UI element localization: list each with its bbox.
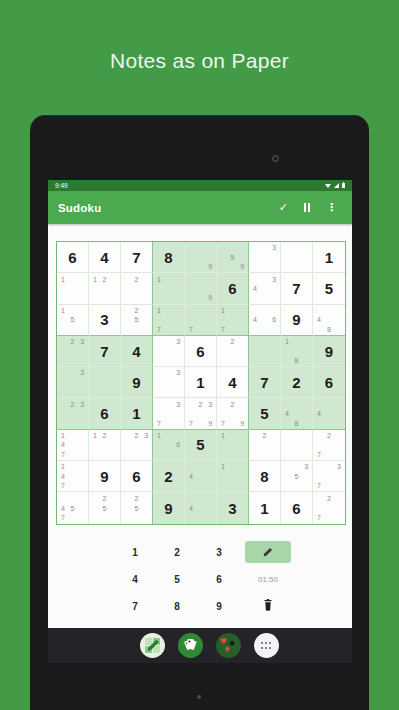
cell-value: 2: [164, 468, 172, 485]
cell-r9c9[interactable]: 27: [313, 492, 345, 523]
cell-r3c2[interactable]: 3: [89, 305, 121, 336]
cell-notes: 27: [314, 431, 344, 459]
cell-r2c9[interactable]: 5: [313, 273, 345, 304]
page-title: Notes as on Paper: [0, 49, 399, 73]
solitaire-app-icon[interactable]: [178, 633, 203, 658]
bezel-dot: [197, 695, 201, 699]
cell-r4c8[interactable]: 18: [281, 336, 313, 367]
keypad-9[interactable]: 9: [216, 601, 222, 612]
cell-r6c9[interactable]: 4: [313, 398, 345, 429]
cell-value: 8: [260, 468, 268, 485]
cell-value: 6: [228, 280, 236, 297]
cell-notes: 25: [90, 493, 119, 522]
cell-r1c9[interactable]: 1: [313, 242, 345, 273]
cell-r2c3[interactable]: 2: [121, 273, 153, 304]
cell-notes: 1: [218, 431, 247, 459]
check-icon[interactable]: ✓: [279, 202, 288, 213]
cell-r7c5[interactable]: 5: [185, 430, 217, 461]
cell-r3c6[interactable]: 17: [217, 305, 249, 336]
cell-r8c8[interactable]: 35: [281, 461, 313, 492]
solitaire-app-glyph: [178, 633, 203, 658]
cell-r1c1[interactable]: 6: [57, 242, 89, 273]
cell-r5c8[interactable]: 2: [281, 367, 313, 398]
cell-r8c5[interactable]: 4: [185, 461, 217, 492]
cell-r8c3[interactable]: 6: [121, 461, 153, 492]
sudoku-grid: 6478959311122196347515325177174694823743…: [56, 241, 346, 525]
cell-value: 3: [228, 500, 236, 517]
cell-r5c2[interactable]: [89, 367, 121, 398]
cell-r4c7[interactable]: [249, 336, 281, 367]
cell-r8c7[interactable]: 8: [249, 461, 281, 492]
cell-r1c4[interactable]: 8: [153, 242, 185, 273]
cell-r5c1[interactable]: 3: [57, 367, 89, 398]
cell-notes: 4: [186, 462, 215, 490]
cell-notes: 279: [218, 399, 247, 427]
cell-r7c1[interactable]: 147: [57, 430, 89, 461]
cell-r6c4[interactable]: 37: [153, 398, 185, 429]
cell-notes: 15: [58, 306, 87, 334]
cell-notes: 2: [218, 337, 247, 365]
cell-value: 9: [164, 500, 172, 517]
cell-r6c8[interactable]: 48: [281, 398, 313, 429]
cell-r9c8[interactable]: 6: [281, 492, 313, 523]
cell-value: 9: [292, 311, 300, 328]
cell-r4c5[interactable]: 6: [185, 336, 217, 367]
cell-r8c9[interactable]: 37: [313, 461, 345, 492]
cell-r1c2[interactable]: 4: [89, 242, 121, 273]
cell-notes: 2379: [186, 399, 215, 427]
front-camera: [272, 155, 279, 162]
cell-r9c1[interactable]: 457: [57, 492, 89, 523]
cell-r8c6[interactable]: 1: [217, 461, 249, 492]
cell-value: 1: [325, 249, 333, 266]
cell-r3c3[interactable]: 25: [121, 305, 153, 336]
cell-value: 6: [292, 500, 300, 517]
keypad: 1 2 3 4 5 6 01:50 7 8 9: [114, 539, 352, 620]
keypad-4[interactable]: 4: [132, 574, 138, 585]
tablet-screen: 9:49 Sudoku ✓ ⋮ 647895931112219634751532…: [48, 180, 352, 663]
cell-r2c6[interactable]: 6: [217, 273, 249, 304]
cell-value: 1: [132, 405, 140, 422]
cell-r1c7[interactable]: 3: [249, 242, 281, 273]
cell-r7c8[interactable]: [281, 430, 313, 461]
card-suits-app-icon[interactable]: ♥ ♠ ♦: [216, 633, 241, 658]
keypad-3[interactable]: 3: [216, 547, 222, 558]
cell-notes: 147: [58, 462, 87, 490]
cell-notes: 48: [282, 399, 311, 427]
cell-r5c6[interactable]: 4: [217, 367, 249, 398]
cell-notes: 3: [154, 368, 183, 396]
cell-value: 8: [164, 249, 172, 266]
cell-notes: 7: [186, 306, 215, 334]
cell-r5c7[interactable]: 7: [249, 367, 281, 398]
cell-notes: 3: [250, 243, 279, 271]
tablet-frame: 9:49 Sudoku ✓ ⋮ 647895931112219634751532…: [30, 115, 369, 710]
cell-r6c5[interactable]: 2379: [185, 398, 217, 429]
cell-r2c2[interactable]: 12: [89, 273, 121, 304]
cell-notes: 17: [154, 306, 183, 334]
cell-r2c4[interactable]: 1: [153, 273, 185, 304]
cell-r7c3[interactable]: 23: [121, 430, 153, 461]
cell-r4c2[interactable]: 7: [89, 336, 121, 367]
cell-r9c6[interactable]: 3: [217, 492, 249, 523]
cell-notes: 48: [314, 306, 344, 334]
cell-r5c3[interactable]: 9: [121, 367, 153, 398]
notes-mode-button[interactable]: [245, 541, 291, 563]
cell-value: 2: [292, 374, 300, 391]
status-time: 9:49: [55, 182, 68, 189]
overflow-menu-icon[interactable]: ⋮: [326, 202, 337, 213]
cell-notes: 23: [58, 337, 87, 365]
cell-r3c7[interactable]: 46: [249, 305, 281, 336]
cell-r5c9[interactable]: 6: [313, 367, 345, 398]
keypad-6[interactable]: 6: [216, 574, 222, 585]
status-bar: 9:49: [48, 180, 352, 191]
app-title: Sudoku: [58, 202, 101, 214]
cell-r8c1[interactable]: 147: [57, 461, 89, 492]
cell-r4c3[interactable]: 4: [121, 336, 153, 367]
cell-value: 6: [196, 343, 204, 360]
cell-notes: 457: [58, 493, 87, 522]
cell-r2c7[interactable]: 34: [249, 273, 281, 304]
cell-notes: 25: [122, 493, 151, 522]
cell-r4c1[interactable]: 23: [57, 336, 89, 367]
cell-r1c3[interactable]: 7: [121, 242, 153, 273]
cell-r8c2[interactable]: 9: [89, 461, 121, 492]
cell-value: 9: [132, 374, 140, 391]
sudoku-app-glyph: [140, 633, 165, 658]
cell-notes: 2: [122, 274, 151, 302]
keypad-1[interactable]: 1: [132, 547, 138, 558]
cell-r3c1[interactable]: 15: [57, 305, 89, 336]
cell-notes: 12: [90, 431, 119, 459]
timer: 01:50: [258, 575, 278, 584]
cell-notes: 16: [154, 431, 183, 459]
cell-notes: 34: [250, 274, 279, 302]
cell-value: 5: [196, 436, 204, 453]
trash-icon: [262, 598, 274, 611]
cell-r5c5[interactable]: 1: [185, 367, 217, 398]
cell-value: 9: [100, 468, 108, 485]
keypad-8[interactable]: 8: [174, 601, 180, 612]
cell-notes: 23: [58, 399, 87, 427]
cell-value: 4: [100, 249, 108, 266]
cell-notes: 59: [218, 243, 247, 271]
cell-value: 7: [132, 249, 140, 266]
wifi-icon: [325, 184, 331, 188]
cell-value: 4: [228, 374, 236, 391]
pencil-icon: [262, 546, 274, 558]
cell-r2c5[interactable]: 9: [185, 273, 217, 304]
cell-r9c3[interactable]: 25: [121, 492, 153, 523]
cell-r3c8[interactable]: 9: [281, 305, 313, 336]
cell-r9c2[interactable]: 25: [89, 492, 121, 523]
battery-icon: [342, 183, 345, 188]
keypad-2[interactable]: 2: [174, 547, 180, 558]
cell-r7c7[interactable]: 2: [249, 430, 281, 461]
cell-value: 1: [260, 500, 268, 517]
cell-value: 6: [132, 468, 140, 485]
cell-value: 7: [100, 343, 108, 360]
cell-notes: 25: [122, 306, 151, 334]
keypad-7[interactable]: 7: [132, 601, 138, 612]
cell-r8c4[interactable]: 2: [153, 461, 185, 492]
keypad-5[interactable]: 5: [174, 574, 180, 585]
cell-r3c9[interactable]: 48: [313, 305, 345, 336]
cell-notes: 3: [154, 337, 183, 365]
cell-value: 3: [100, 311, 108, 328]
cell-value: 4: [132, 343, 140, 360]
game-area: 6478959311122196347515325177174694823743…: [48, 224, 352, 628]
cell-notes: 18: [282, 337, 311, 365]
cell-notes: 9: [186, 243, 215, 271]
diamond-suit-icon: ♦: [224, 646, 231, 654]
cell-r7c9[interactable]: 27: [313, 430, 345, 461]
cell-r3c5[interactable]: 7: [185, 305, 217, 336]
sudoku-app-icon[interactable]: [140, 633, 165, 658]
cell-notes: 12: [90, 274, 119, 302]
cell-notes: 2: [250, 431, 279, 459]
cell-value: 6: [100, 405, 108, 422]
signal-icon: [334, 183, 339, 188]
cell-r1c5[interactable]: 9: [185, 242, 217, 273]
delete-button[interactable]: [262, 597, 274, 615]
cell-notes: 17: [218, 306, 247, 334]
cell-r7c6[interactable]: 1: [217, 430, 249, 461]
cell-r7c4[interactable]: 16: [153, 430, 185, 461]
cell-r9c5[interactable]: 4: [185, 492, 217, 523]
cell-notes: 27: [314, 493, 344, 522]
cell-value: 9: [325, 343, 333, 360]
cell-r4c9[interactable]: 9: [313, 336, 345, 367]
cell-r4c6[interactable]: 2: [217, 336, 249, 367]
cell-notes: 23: [122, 431, 151, 459]
cell-notes: 35: [282, 462, 311, 490]
cell-r2c1[interactable]: 1: [57, 273, 89, 304]
cell-notes: 3: [58, 368, 87, 396]
cell-r6c3[interactable]: 1: [121, 398, 153, 429]
cell-notes: 147: [58, 431, 87, 459]
cell-r1c6[interactable]: 59: [217, 242, 249, 273]
cell-r4c4[interactable]: 3: [153, 336, 185, 367]
cell-r2c8[interactable]: 7: [281, 273, 313, 304]
cell-notes: 37: [154, 399, 183, 427]
cell-value: 7: [260, 374, 268, 391]
cell-r6c6[interactable]: 279: [217, 398, 249, 429]
cell-value: 5: [325, 280, 333, 297]
cell-notes: 1: [218, 462, 247, 490]
cell-notes: 4: [314, 399, 344, 427]
cell-notes: 1: [154, 274, 183, 302]
dock: ♥ ♠ ♦: [48, 628, 352, 663]
cell-r7c2[interactable]: 12: [89, 430, 121, 461]
cell-value: 6: [68, 249, 76, 266]
cell-notes: 1: [58, 274, 87, 302]
cell-value: 5: [260, 405, 268, 422]
cell-r9c7[interactable]: 1: [249, 492, 281, 523]
cell-value: 1: [196, 374, 204, 391]
cell-r5c4[interactable]: 3: [153, 367, 185, 398]
cell-r3c4[interactable]: 17: [153, 305, 185, 336]
cell-r6c7[interactable]: 5: [249, 398, 281, 429]
pause-icon[interactable]: [304, 203, 310, 212]
cell-value: 7: [292, 280, 300, 297]
app-drawer-icon[interactable]: [254, 633, 279, 658]
cell-r1c8[interactable]: [281, 242, 313, 273]
cell-notes: 46: [250, 306, 279, 334]
cell-r9c4[interactable]: 9: [153, 492, 185, 523]
cell-value: 6: [325, 374, 333, 391]
cell-notes: 9: [186, 274, 215, 302]
cell-notes: 4: [186, 493, 215, 522]
cell-r6c1[interactable]: 23: [57, 398, 89, 429]
app-bar: Sudoku ✓ ⋮: [48, 191, 352, 224]
cell-notes: 37: [314, 462, 344, 490]
cell-r6c2[interactable]: 6: [89, 398, 121, 429]
